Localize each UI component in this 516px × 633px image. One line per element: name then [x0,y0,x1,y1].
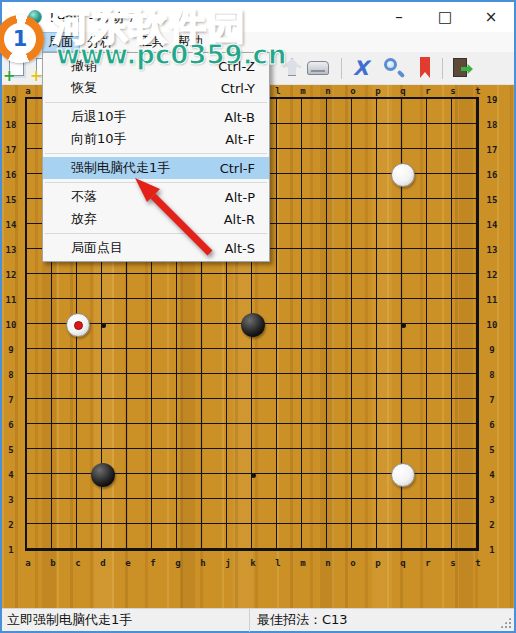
coord-letter-top: q [394,85,412,97]
coord-letter-bottom: j [219,557,237,569]
coord-number-right: 6 [483,419,501,431]
minimize-button[interactable]: – [376,2,422,32]
coord-number-left: 10 [2,319,20,331]
delete-icon[interactable]: X [350,56,375,81]
coord-number-right: 10 [483,319,501,331]
coord-letter-top: p [369,85,387,97]
coord-number-right: 9 [483,344,501,356]
coord-letter-bottom: m [294,557,312,569]
coord-letter-top: l [269,85,287,97]
coord-number-right: 1 [483,544,501,556]
coord-number-right: 14 [483,219,501,231]
menu-item-shortcut: Alt-S [224,241,255,256]
menu-item-shortcut: Alt-B [224,110,255,125]
watermark-logo-glyph: 1 [4,23,36,55]
menu-item-alt-b[interactable]: 后退10手Alt-B [43,106,269,128]
coord-number-right: 19 [483,94,501,106]
coord-letter-top: o [344,85,362,97]
menu-separator [45,102,267,103]
white-stone-q4[interactable] [391,463,415,487]
close-button[interactable]: × [468,2,514,32]
coord-letter-top: n [319,85,337,97]
menu-item-shortcut: Ctrl-Y [221,81,255,96]
coord-letter-bottom: t [469,557,487,569]
resize-grip[interactable] [500,617,511,628]
menu-item-alt-f[interactable]: 向前10手Alt-F [43,128,269,150]
coord-letter-top: a [19,85,37,97]
white-stone-q16[interactable] [391,163,415,187]
coord-number-left: 13 [2,244,20,256]
coord-letter-bottom: r [419,557,437,569]
menu-item-shortcut: Alt-F [225,132,255,147]
position-menu-dropdown: 撤销Ctrl-Z恢复Ctrl-Y后退10手Alt-B向前10手Alt-F强制电脑… [42,52,270,262]
coord-number-left: 6 [2,419,20,431]
coord-number-left: 2 [2,519,20,531]
coord-letter-bottom: k [244,557,262,569]
coord-number-left: 7 [2,394,20,406]
coord-number-left: 18 [2,119,20,131]
coord-letter-bottom: c [69,557,87,569]
last-move-marker [74,321,83,330]
coord-letter-bottom: q [394,557,412,569]
save-icon[interactable] [306,56,331,81]
menu-item-shortcut: Alt-P [225,190,255,205]
white-stone-c10[interactable] [66,313,90,337]
menu-item-alt-s[interactable]: 局面点目Alt-S [43,237,269,259]
menu-item-shortcut: Ctrl-F [220,161,255,176]
coord-letter-top: m [294,85,312,97]
zoom-icon[interactable] [381,56,406,81]
menu-item-alt-r[interactable]: 放弃Alt-R [43,208,269,230]
menu-separator [45,182,267,183]
menu-separator [45,153,267,154]
menu-item-alt-p[interactable]: 不落Alt-P [43,186,269,208]
menu-item-ctrl-y[interactable]: 恢复Ctrl-Y [43,77,269,99]
coord-number-left: 9 [2,344,20,356]
coord-letter-bottom: e [119,557,137,569]
coord-number-right: 11 [483,294,501,306]
maximize-button[interactable]: □ [422,2,468,32]
coord-letter-bottom: p [369,557,387,569]
coord-number-left: 19 [2,94,20,106]
exit-icon[interactable] [451,56,476,81]
coord-number-left: 12 [2,269,20,281]
coord-number-left: 15 [2,194,20,206]
coord-number-left: 17 [2,144,20,156]
black-stone-d4[interactable] [91,463,115,487]
black-stone-k10[interactable] [241,313,265,337]
coord-letter-bottom: o [344,557,362,569]
menu-item-label: 不落 [71,188,97,206]
menu-item-label: 放弃 [71,210,97,228]
coord-number-left: 5 [2,444,20,456]
menu-item-ctrl-f[interactable]: 强制电脑代走1手Ctrl-F [43,157,269,179]
menu-item-label: 强制电脑代走1手 [71,159,170,177]
menu-item-label: 后退10手 [71,108,127,126]
star-point-d10 [101,323,106,328]
star-point-k4 [251,473,256,478]
coord-number-right: 12 [483,269,501,281]
coord-letter-bottom: n [319,557,337,569]
coord-letter-bottom: g [169,557,187,569]
watermark-site-url: www.pc0359.cn [56,40,286,70]
coord-letter-bottom: d [94,557,112,569]
coord-number-left: 14 [2,219,20,231]
coord-number-right: 5 [483,444,501,456]
menu-item-label: 向前10手 [71,130,127,148]
menu-item-label: 局面点目 [71,239,123,257]
coord-letter-bottom: s [444,557,462,569]
leela-window: Leela - 移动 7 – □ × 文件局面分析工具帮助 ++X aabbcc… [0,0,516,633]
coord-letter-top: r [419,85,437,97]
bookmark-icon[interactable] [413,56,438,81]
coord-letter-bottom: b [44,557,62,569]
toolbar-separator [442,58,443,79]
coord-number-left: 4 [2,469,20,481]
best-move-status: 最佳招法：C13 [251,609,500,632]
coord-number-right: 16 [483,169,501,181]
coord-number-left: 16 [2,169,20,181]
statusbar: 立即强制电脑代走1手 最佳招法：C13 [2,608,514,631]
toolbar-separator [341,58,342,79]
coord-number-right: 15 [483,194,501,206]
coord-number-right: 8 [483,369,501,381]
coord-letter-bottom: a [19,557,37,569]
coord-number-left: 8 [2,369,20,381]
coord-letter-bottom: f [144,557,162,569]
star-point-q10 [401,323,406,328]
menu-item-label: 恢复 [71,79,97,97]
menu-separator [45,233,267,234]
coord-letter-top: s [444,85,462,97]
status-message: 立即强制电脑代走1手 [2,609,250,632]
coord-number-right: 17 [483,144,501,156]
menu-item-shortcut: Alt-R [224,212,255,227]
coord-number-right: 4 [483,469,501,481]
coord-number-left: 1 [2,544,20,556]
coord-letter-bottom: h [194,557,212,569]
coord-number-left: 11 [2,294,20,306]
coord-number-right: 7 [483,394,501,406]
coord-number-left: 3 [2,494,20,506]
coord-number-right: 13 [483,244,501,256]
coord-letter-bottom: l [269,557,287,569]
coord-number-right: 2 [483,519,501,531]
coord-number-right: 18 [483,119,501,131]
coord-number-right: 3 [483,494,501,506]
